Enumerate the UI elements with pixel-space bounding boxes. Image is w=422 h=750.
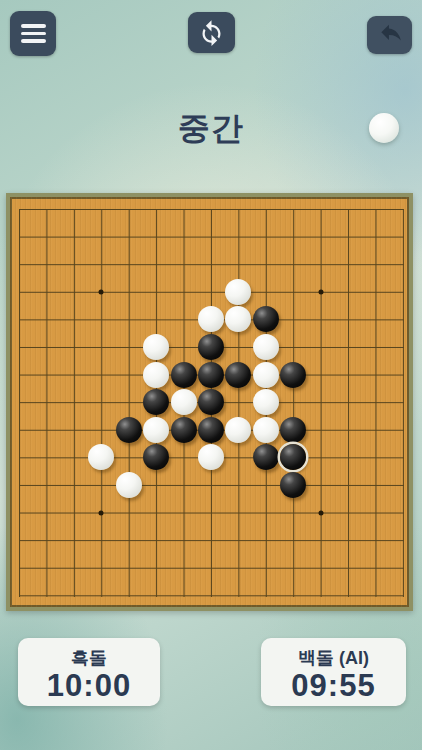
restart-button[interactable] [188,12,235,53]
board-intersection[interactable] [362,471,389,499]
white-stone [253,334,279,360]
board-intersection[interactable] [389,223,416,251]
board-intersection[interactable] [60,526,87,554]
board-intersection[interactable] [225,554,252,582]
board-intersection[interactable] [307,195,334,223]
board-intersection[interactable] [60,278,87,306]
board-intersection[interactable] [197,361,224,389]
white-stone [171,389,197,415]
board-intersection[interactable] [225,526,252,554]
board-intersection[interactable] [225,361,252,389]
board-intersection[interactable] [307,361,334,389]
white-timer-card: 백돌 (AI) 09:55 [261,638,406,706]
board-intersection[interactable] [389,582,416,610]
board-intersection[interactable] [389,361,416,389]
black-stone [143,444,169,470]
board-intersection[interactable] [307,499,334,527]
board-intersection[interactable] [225,306,252,334]
board-intersection[interactable] [33,333,60,361]
black-stone [280,362,306,388]
board-intersection[interactable] [88,526,115,554]
board-intersection[interactable] [197,444,224,472]
board-intersection[interactable] [5,499,32,527]
board-intersection[interactable] [142,195,169,223]
board-intersection[interactable] [142,554,169,582]
board-intersection[interactable] [280,195,307,223]
board-intersection[interactable] [197,582,224,610]
board-intersection[interactable] [362,416,389,444]
board-intersection[interactable] [5,444,32,472]
board-intersection[interactable] [142,416,169,444]
star-point [99,510,104,515]
black-stone [280,417,306,443]
menu-button[interactable] [10,11,56,56]
board-intersection[interactable] [252,278,279,306]
board-intersection[interactable] [362,444,389,472]
board-intersection[interactable] [252,195,279,223]
board-intersection[interactable] [115,306,142,334]
black-stone [253,444,279,470]
board-intersection[interactable] [334,499,361,527]
game-board [6,193,413,611]
board-intersection[interactable] [280,554,307,582]
board-intersection[interactable] [170,278,197,306]
board-intersection[interactable] [33,554,60,582]
board-intersection[interactable] [389,278,416,306]
board-intersection[interactable] [170,554,197,582]
board-intersection[interactable] [334,361,361,389]
board-intersection[interactable] [280,278,307,306]
board-intersection[interactable] [5,554,32,582]
board-intersection[interactable] [334,444,361,472]
board-intersection[interactable] [307,250,334,278]
board-intersection[interactable] [33,416,60,444]
board-intersection[interactable] [252,306,279,334]
page-title: 중간 [0,107,422,151]
board-intersection[interactable] [197,471,224,499]
board-intersection[interactable] [334,223,361,251]
black-stone-last-move [280,444,306,470]
board-intersection[interactable] [334,416,361,444]
board-intersection[interactable] [142,471,169,499]
board-intersection[interactable] [389,444,416,472]
board-intersection[interactable] [362,333,389,361]
board-intersection[interactable] [252,361,279,389]
board-intersection[interactable] [142,278,169,306]
star-point [318,289,323,294]
board-intersection[interactable] [362,361,389,389]
board-intersection[interactable] [389,499,416,527]
white-stone [253,389,279,415]
board-intersection[interactable] [362,526,389,554]
board-intersection[interactable] [88,223,115,251]
board-intersection[interactable] [88,416,115,444]
board-intersection[interactable] [142,526,169,554]
board-intersection[interactable] [252,333,279,361]
board-intersection[interactable] [60,554,87,582]
board-intersection[interactable] [225,444,252,472]
board-intersection[interactable] [225,195,252,223]
board-intersection[interactable] [142,250,169,278]
board-intersection[interactable] [280,582,307,610]
board-intersection[interactable] [334,471,361,499]
white-stone [225,417,251,443]
board-intersection[interactable] [60,416,87,444]
black-stone [198,334,224,360]
board-intersection[interactable] [33,444,60,472]
board-intersection[interactable] [334,278,361,306]
board-intersection[interactable] [88,306,115,334]
board-intersection[interactable] [88,250,115,278]
black-stone [143,389,169,415]
black-stone [171,362,197,388]
board-intersection[interactable] [197,554,224,582]
hamburger-icon [21,24,46,43]
board-intersection[interactable] [280,333,307,361]
board-intersection[interactable] [225,388,252,416]
screen: 중간 흑돌 10:00 백돌 (AI) 09:55 [0,0,422,750]
board-intersection[interactable] [88,499,115,527]
board-intersection[interactable] [88,471,115,499]
board-intersection[interactable] [115,526,142,554]
white-stone [198,306,224,332]
board-intersection[interactable] [225,333,252,361]
board-intersection[interactable] [88,278,115,306]
board-intersection[interactable] [33,223,60,251]
board-intersection[interactable] [142,499,169,527]
black-stone [116,417,142,443]
board-intersection[interactable] [252,388,279,416]
board-intersection[interactable] [280,471,307,499]
board-intersection[interactable] [225,582,252,610]
board-intersection[interactable] [307,416,334,444]
board-intersection[interactable] [5,195,32,223]
board-intersection[interactable] [115,333,142,361]
board-intersection[interactable] [33,582,60,610]
board-intersection[interactable] [252,526,279,554]
black-stone [171,417,197,443]
white-timer-time: 09:55 [261,670,406,703]
black-stone [280,472,306,498]
board-intersection[interactable] [33,471,60,499]
board-intersection[interactable] [252,582,279,610]
board-intersection[interactable] [88,361,115,389]
board-intersection[interactable] [115,195,142,223]
white-stone [253,417,279,443]
board-intersection[interactable] [307,278,334,306]
star-point [99,289,104,294]
white-stone [198,444,224,470]
board-intersection[interactable] [5,582,32,610]
board-intersection[interactable] [33,306,60,334]
board-intersection[interactable] [5,416,32,444]
black-timer-card: 흑돌 10:00 [18,638,160,706]
board-intersection[interactable] [33,195,60,223]
board-intersection[interactable] [5,361,32,389]
star-point [318,510,323,515]
board-grid [5,195,416,609]
board-intersection[interactable] [307,582,334,610]
undo-arrow-icon [377,22,403,48]
board-intersection[interactable] [334,582,361,610]
board-intersection[interactable] [362,250,389,278]
board-intersection[interactable] [115,250,142,278]
board-intersection[interactable] [142,388,169,416]
black-stone [198,389,224,415]
board-intersection[interactable] [280,306,307,334]
board-intersection[interactable] [115,223,142,251]
board-intersection[interactable] [5,278,32,306]
board-intersection[interactable] [362,388,389,416]
board-intersection[interactable] [170,388,197,416]
black-stone [225,362,251,388]
board-intersection[interactable] [334,195,361,223]
board-intersection[interactable] [170,499,197,527]
black-stone [198,362,224,388]
board-intersection[interactable] [280,416,307,444]
black-stone [198,417,224,443]
white-stone [88,444,114,470]
board-intersection[interactable] [170,582,197,610]
white-stone [225,279,251,305]
board-intersection[interactable] [252,444,279,472]
board-intersection[interactable] [33,499,60,527]
board-intersection[interactable] [225,416,252,444]
board-intersection[interactable] [170,306,197,334]
board-intersection[interactable] [307,388,334,416]
board-intersection[interactable] [334,526,361,554]
board-intersection[interactable] [280,250,307,278]
board-intersection[interactable] [197,250,224,278]
board-intersection[interactable] [307,306,334,334]
board-intersection[interactable] [60,471,87,499]
board-intersection[interactable] [307,554,334,582]
board-intersection[interactable] [362,223,389,251]
board-intersection[interactable] [60,306,87,334]
board-intersection[interactable] [252,471,279,499]
board-intersection[interactable] [60,444,87,472]
board-intersection[interactable] [170,223,197,251]
board-intersection[interactable] [280,444,307,472]
board-intersection[interactable] [389,471,416,499]
board-intersection[interactable] [362,582,389,610]
black-timer-label: 흑돌 [18,646,160,670]
board-intersection[interactable] [142,444,169,472]
board-intersection[interactable] [389,306,416,334]
board-intersection[interactable] [60,499,87,527]
board-intersection[interactable] [170,361,197,389]
black-stone [253,306,279,332]
white-stone [225,306,251,332]
board-intersection[interactable] [197,223,224,251]
board-intersection[interactable] [362,306,389,334]
board-intersection[interactable] [389,333,416,361]
board-intersection[interactable] [280,499,307,527]
board-intersection[interactable] [389,554,416,582]
board-intersection[interactable] [362,278,389,306]
refresh-icon [198,19,225,46]
board-intersection[interactable] [252,416,279,444]
board-intersection[interactable] [362,554,389,582]
white-stone [143,417,169,443]
board-intersection[interactable] [197,499,224,527]
board-intersection[interactable] [5,471,32,499]
board-intersection[interactable] [33,388,60,416]
board-intersection[interactable] [362,195,389,223]
board-intersection[interactable] [197,416,224,444]
board-intersection[interactable] [115,471,142,499]
board-intersection[interactable] [280,223,307,251]
board-intersection[interactable] [197,526,224,554]
board-intersection[interactable] [362,499,389,527]
board-intersection[interactable] [197,195,224,223]
board-intersection[interactable] [334,388,361,416]
board-intersection[interactable] [115,278,142,306]
board-intersection[interactable] [60,361,87,389]
board-intersection[interactable] [197,333,224,361]
board-intersection[interactable] [88,333,115,361]
board-intersection[interactable] [33,526,60,554]
board-intersection[interactable] [170,416,197,444]
board-intersection[interactable] [142,333,169,361]
board-intersection[interactable] [307,444,334,472]
board-intersection[interactable] [88,554,115,582]
board-intersection[interactable] [170,195,197,223]
board-intersection[interactable] [197,388,224,416]
board-intersection[interactable] [5,223,32,251]
white-stone [116,472,142,498]
board-intersection[interactable] [334,554,361,582]
board-intersection[interactable] [252,554,279,582]
board-intersection[interactable] [307,333,334,361]
board-intersection[interactable] [225,250,252,278]
board-intersection[interactable] [33,250,60,278]
board-intersection[interactable] [88,444,115,472]
board-intersection[interactable] [88,582,115,610]
board-intersection[interactable] [334,306,361,334]
board-intersection[interactable] [170,444,197,472]
board-intersection[interactable] [60,333,87,361]
board-intersection[interactable] [389,195,416,223]
board-intersection[interactable] [115,388,142,416]
board-intersection[interactable] [389,388,416,416]
board-intersection[interactable] [252,499,279,527]
board-intersection[interactable] [334,333,361,361]
white-stone [143,334,169,360]
board-intersection[interactable] [170,333,197,361]
board-intersection[interactable] [170,471,197,499]
board-intersection[interactable] [225,499,252,527]
board-intersection[interactable] [33,361,60,389]
board-intersection[interactable] [115,416,142,444]
turn-indicator-stone [369,113,399,143]
board-intersection[interactable] [115,444,142,472]
white-timer-label: 백돌 (AI) [261,646,406,670]
board-intersection[interactable] [170,526,197,554]
board-intersection[interactable] [60,388,87,416]
board-intersection[interactable] [142,582,169,610]
board-intersection[interactable] [115,499,142,527]
board-intersection[interactable] [197,278,224,306]
board-intersection[interactable] [5,250,32,278]
board-intersection[interactable] [115,582,142,610]
board-intersection[interactable] [280,388,307,416]
board-intersection[interactable] [389,250,416,278]
board-intersection[interactable] [142,306,169,334]
board-intersection[interactable] [389,526,416,554]
board-intersection[interactable] [60,195,87,223]
board-intersection[interactable] [252,250,279,278]
board-intersection[interactable] [142,361,169,389]
board-intersection[interactable] [170,250,197,278]
undo-button[interactable] [367,16,412,54]
board-intersection[interactable] [115,361,142,389]
board-intersection[interactable] [142,223,169,251]
board-intersection[interactable] [60,250,87,278]
board-intersection[interactable] [280,526,307,554]
board-intersection[interactable] [115,554,142,582]
board-intersection[interactable] [307,471,334,499]
board-intersection[interactable] [88,388,115,416]
board-intersection[interactable] [225,223,252,251]
board-intersection[interactable] [33,278,60,306]
white-stone [143,362,169,388]
board-intersection[interactable] [88,195,115,223]
black-timer-time: 10:00 [18,670,160,703]
board-intersection[interactable] [307,223,334,251]
board-intersection[interactable] [197,306,224,334]
board-intersection[interactable] [60,223,87,251]
board-intersection[interactable] [280,361,307,389]
board-intersection[interactable] [389,416,416,444]
board-intersection[interactable] [225,278,252,306]
board-intersection[interactable] [252,223,279,251]
board-intersection[interactable] [5,333,32,361]
board-intersection[interactable] [60,582,87,610]
board-intersection[interactable] [225,471,252,499]
board-intersection[interactable] [5,388,32,416]
board-intersection[interactable] [5,306,32,334]
board-intersection[interactable] [307,526,334,554]
white-stone [253,362,279,388]
board-intersection[interactable] [334,250,361,278]
board-intersection[interactable] [5,526,32,554]
